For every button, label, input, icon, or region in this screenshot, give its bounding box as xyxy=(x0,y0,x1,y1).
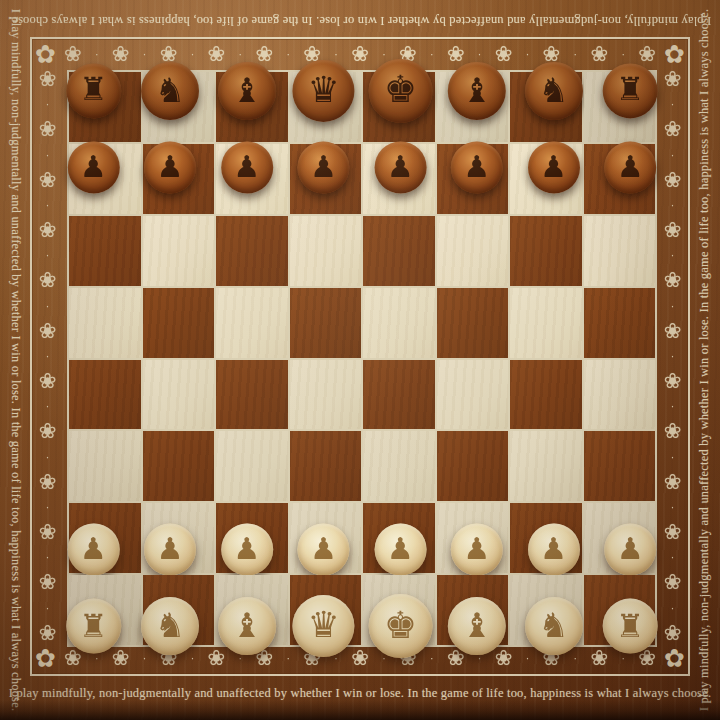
piece-black-pawn-f7[interactable]: ♟ xyxy=(451,141,503,193)
piece-black-pawn-e7[interactable]: ♟ xyxy=(374,141,426,193)
dot-separator-icon: · xyxy=(382,49,386,60)
lotus-icon: ❀ xyxy=(351,648,369,669)
dot-separator-icon: · xyxy=(574,653,578,664)
mantra-text-bottom: I play mindfully, non-judgmentally and u… xyxy=(0,682,720,704)
black-pawn-glyph: ♟ xyxy=(157,151,184,181)
square-f7[interactable]: ♟ xyxy=(437,144,509,214)
piece-black-rook-h8[interactable]: ♜ xyxy=(603,63,658,118)
dot-separator-icon: · xyxy=(671,99,675,110)
black-knight-glyph: ♞ xyxy=(539,73,569,107)
black-rook-glyph: ♜ xyxy=(616,74,645,106)
lotus-icon: ❀ xyxy=(664,321,682,342)
lotus-icon: ❀ xyxy=(590,44,608,65)
piece-white-pawn-a2[interactable]: ♟ xyxy=(68,524,120,576)
dot-separator-icon: · xyxy=(46,301,50,312)
lotus-icon: ❀ xyxy=(590,648,608,669)
dot-separator-icon: · xyxy=(95,49,99,60)
black-queen-glyph: ♛ xyxy=(308,72,340,108)
dot-separator-icon: · xyxy=(143,653,147,664)
black-pawn-glyph: ♟ xyxy=(387,151,414,181)
square-g2[interactable]: ♟ xyxy=(510,503,582,573)
piece-white-pawn-e2[interactable]: ♟ xyxy=(374,524,426,576)
dot-separator-icon: · xyxy=(143,49,147,60)
square-b6[interactable] xyxy=(143,216,215,286)
lotus-icon: ❀ xyxy=(664,170,682,191)
piece-black-pawn-d7[interactable]: ♟ xyxy=(298,141,350,193)
square-b2[interactable]: ♟ xyxy=(143,503,215,573)
lotus-icon: ❀ xyxy=(39,472,57,493)
square-h6[interactable] xyxy=(584,216,656,286)
dot-separator-icon: · xyxy=(191,653,195,664)
square-b5[interactable] xyxy=(143,288,215,358)
piece-white-knight-b1[interactable]: ♞ xyxy=(141,597,199,655)
black-pawn-glyph: ♟ xyxy=(80,151,107,181)
black-pawn-glyph: ♟ xyxy=(310,151,337,181)
square-b4[interactable] xyxy=(143,360,215,430)
square-d6[interactable] xyxy=(290,216,362,286)
square-g6[interactable] xyxy=(510,216,582,286)
dot-separator-icon: · xyxy=(46,351,50,362)
lotus-icon: ❀ xyxy=(495,44,513,65)
lotus-icon: ❀ xyxy=(208,648,226,669)
dot-separator-icon: · xyxy=(671,603,675,614)
lotus-band-right: ❀·❀·❀·❀·❀·❀·❀·❀·❀·❀·❀·❀ xyxy=(658,69,687,644)
black-bishop-glyph: ♝ xyxy=(232,73,262,107)
square-e8[interactable]: ♚ xyxy=(363,72,435,142)
piece-white-pawn-b2[interactable]: ♟ xyxy=(144,524,196,576)
square-h4[interactable] xyxy=(584,360,656,430)
square-h8[interactable]: ♜ xyxy=(584,72,656,142)
square-d7[interactable]: ♟ xyxy=(290,144,362,214)
black-pawn-glyph: ♟ xyxy=(233,151,260,181)
black-bishop-glyph: ♝ xyxy=(462,73,492,107)
dot-separator-icon: · xyxy=(671,301,675,312)
white-pawn-glyph: ♟ xyxy=(80,534,107,564)
square-f8[interactable]: ♝ xyxy=(437,72,509,142)
square-b8[interactable]: ♞ xyxy=(143,72,215,142)
white-queen-glyph: ♛ xyxy=(308,607,340,643)
piece-white-pawn-h2[interactable]: ♟ xyxy=(604,524,656,576)
white-bishop-glyph: ♝ xyxy=(462,608,492,642)
white-rook-glyph: ♜ xyxy=(79,609,108,641)
dot-separator-icon: · xyxy=(191,49,195,60)
dot-separator-icon: · xyxy=(671,351,675,362)
lotus-icon: ❀ xyxy=(64,648,82,669)
black-pawn-glyph: ♟ xyxy=(464,151,491,181)
square-d2[interactable]: ♟ xyxy=(290,503,362,573)
square-a6[interactable] xyxy=(69,216,141,286)
square-h2[interactable]: ♟ xyxy=(584,503,656,573)
square-g4[interactable] xyxy=(510,360,582,430)
lotus-icon: ❀ xyxy=(447,44,465,65)
square-e2[interactable]: ♟ xyxy=(363,503,435,573)
square-a8[interactable]: ♜ xyxy=(69,72,141,142)
square-e7[interactable]: ♟ xyxy=(363,144,435,214)
white-pawn-glyph: ♟ xyxy=(540,534,567,564)
lotus-icon: ❀ xyxy=(39,220,57,241)
square-h5[interactable] xyxy=(584,288,656,358)
lotus-icon: ❀ xyxy=(112,648,130,669)
square-d1[interactable]: ♛ xyxy=(290,575,362,645)
square-d5[interactable] xyxy=(290,288,362,358)
square-h1[interactable]: ♜ xyxy=(584,575,656,645)
square-b7[interactable]: ♟ xyxy=(143,144,215,214)
white-pawn-glyph: ♟ xyxy=(464,534,491,564)
piece-white-bishop-f1[interactable]: ♝ xyxy=(448,597,506,655)
piece-black-bishop-f8[interactable]: ♝ xyxy=(448,62,506,120)
white-bishop-glyph: ♝ xyxy=(232,608,262,642)
dot-separator-icon: · xyxy=(671,452,675,463)
lotus-icon: ❀ xyxy=(39,119,57,140)
lotus-icon: ❀ xyxy=(664,119,682,140)
square-b1[interactable]: ♞ xyxy=(143,575,215,645)
piece-white-pawn-g2[interactable]: ♟ xyxy=(528,524,580,576)
dot-separator-icon: · xyxy=(671,552,675,563)
piece-white-pawn-c2[interactable]: ♟ xyxy=(221,524,273,576)
dot-separator-icon: · xyxy=(46,200,50,211)
lotus-band-left: ❀·❀·❀·❀·❀·❀·❀·❀·❀·❀·❀·❀ xyxy=(33,69,62,644)
piece-white-pawn-f2[interactable]: ♟ xyxy=(451,524,503,576)
lotus-corner-icon: ✿ xyxy=(664,42,685,67)
lotus-corner-icon: ✿ xyxy=(35,646,56,671)
white-knight-glyph: ♞ xyxy=(539,608,569,642)
piece-white-pawn-d2[interactable]: ♟ xyxy=(298,524,350,576)
white-pawn-glyph: ♟ xyxy=(310,534,337,564)
square-g7[interactable]: ♟ xyxy=(510,144,582,214)
mantra-text-right: I play mindfully, non-judgmentally and u… xyxy=(693,0,715,720)
square-a5[interactable] xyxy=(69,288,141,358)
lotus-icon: ❀ xyxy=(208,44,226,65)
square-c8[interactable]: ♝ xyxy=(216,72,288,142)
white-pawn-glyph: ♟ xyxy=(387,534,414,564)
square-e3[interactable] xyxy=(363,431,435,501)
lotus-icon: ❀ xyxy=(664,421,682,442)
lotus-icon: ❀ xyxy=(664,270,682,291)
square-e1[interactable]: ♚ xyxy=(363,575,435,645)
lotus-icon: ❀ xyxy=(664,522,682,543)
piece-black-pawn-c7[interactable]: ♟ xyxy=(221,141,273,193)
piece-white-king-e1[interactable]: ♚ xyxy=(368,594,432,658)
square-h7[interactable]: ♟ xyxy=(584,144,656,214)
piece-black-pawn-h7[interactable]: ♟ xyxy=(604,141,656,193)
lotus-corner-icon: ✿ xyxy=(664,646,685,671)
lotus-icon: ❀ xyxy=(664,572,682,593)
dot-separator-icon: · xyxy=(621,49,625,60)
square-f4[interactable] xyxy=(437,360,509,430)
square-d8[interactable]: ♛ xyxy=(290,72,362,142)
square-c5[interactable] xyxy=(216,288,288,358)
lotus-icon: ❀ xyxy=(112,44,130,65)
dot-separator-icon: · xyxy=(671,250,675,261)
square-a3[interactable] xyxy=(69,431,141,501)
dot-separator-icon: · xyxy=(95,653,99,664)
square-a2[interactable]: ♟ xyxy=(69,503,141,573)
lotus-icon: ❀ xyxy=(39,69,57,90)
black-knight-glyph: ♞ xyxy=(155,73,185,107)
black-pawn-glyph: ♟ xyxy=(617,151,644,181)
dot-separator-icon: · xyxy=(46,401,50,412)
dot-separator-icon: · xyxy=(239,49,243,60)
square-e4[interactable] xyxy=(363,360,435,430)
dot-separator-icon: · xyxy=(671,150,675,161)
black-pawn-glyph: ♟ xyxy=(540,151,567,181)
dot-separator-icon: · xyxy=(46,603,50,614)
dot-separator-icon: · xyxy=(46,150,50,161)
lotus-icon: ❀ xyxy=(638,44,656,65)
square-c4[interactable] xyxy=(216,360,288,430)
mantra-text-left: I play mindfully, non-judgmentally and u… xyxy=(5,0,27,720)
dot-separator-icon: · xyxy=(671,502,675,513)
lotus-icon: ❀ xyxy=(39,321,57,342)
square-a7[interactable]: ♟ xyxy=(69,144,141,214)
lotus-icon: ❀ xyxy=(255,44,273,65)
piece-white-rook-h1[interactable]: ♜ xyxy=(603,599,658,654)
square-c2[interactable]: ♟ xyxy=(216,503,288,573)
piece-white-bishop-c1[interactable]: ♝ xyxy=(218,597,276,655)
square-g3[interactable] xyxy=(510,431,582,501)
lotus-icon: ❀ xyxy=(39,421,57,442)
lotus-icon: ❀ xyxy=(39,572,57,593)
white-king-glyph: ♚ xyxy=(384,607,417,644)
dot-separator-icon: · xyxy=(526,49,530,60)
dot-separator-icon: · xyxy=(286,653,290,664)
square-g1[interactable]: ♞ xyxy=(510,575,582,645)
white-pawn-glyph: ♟ xyxy=(157,534,184,564)
square-g5[interactable] xyxy=(510,288,582,358)
dot-separator-icon: · xyxy=(46,552,50,563)
square-c6[interactable] xyxy=(216,216,288,286)
piece-black-rook-a8[interactable]: ♜ xyxy=(66,63,121,118)
lotus-icon: ❀ xyxy=(664,623,682,644)
border-frame: ❀·❀·❀·❀·❀·❀·❀·❀·❀·❀·❀·❀·❀ ❀·❀·❀·❀·❀·❀·❀·… xyxy=(30,37,690,676)
piece-black-knight-b8[interactable]: ♞ xyxy=(141,62,199,120)
piece-black-king-e8[interactable]: ♚ xyxy=(368,59,432,123)
black-king-glyph: ♚ xyxy=(384,71,417,108)
lotus-icon: ❀ xyxy=(495,648,513,669)
square-e5[interactable] xyxy=(363,288,435,358)
square-f3[interactable] xyxy=(437,431,509,501)
lotus-icon: ❀ xyxy=(664,371,682,392)
piece-white-knight-g1[interactable]: ♞ xyxy=(525,597,583,655)
chess-board: ♜♞♝♛♚♝♞♜♟♟♟♟♟♟♟♟♟♟♟♟♟♟♟♟♜♞♝♛♚♝♞♜ xyxy=(67,70,657,647)
piece-black-queen-d8[interactable]: ♛ xyxy=(293,60,355,122)
white-knight-glyph: ♞ xyxy=(155,608,185,642)
dot-separator-icon: · xyxy=(46,250,50,261)
square-c3[interactable] xyxy=(216,431,288,501)
square-e6[interactable] xyxy=(363,216,435,286)
dot-separator-icon: · xyxy=(46,502,50,513)
piece-white-queen-d1[interactable]: ♛ xyxy=(293,595,355,657)
chess-board-photo: I play mindfully, non-judgmentally and u… xyxy=(0,0,720,720)
mantra-text-top: I play mindfully, non-judgmentally and u… xyxy=(0,10,720,32)
white-rook-glyph: ♜ xyxy=(616,609,645,641)
piece-black-bishop-c8[interactable]: ♝ xyxy=(218,62,276,120)
square-f6[interactable] xyxy=(437,216,509,286)
square-g8[interactable]: ♞ xyxy=(510,72,582,142)
black-rook-glyph: ♜ xyxy=(79,74,108,106)
piece-black-pawn-b7[interactable]: ♟ xyxy=(144,141,196,193)
square-f1[interactable]: ♝ xyxy=(437,575,509,645)
piece-black-knight-g8[interactable]: ♞ xyxy=(525,62,583,120)
lotus-icon: ❀ xyxy=(664,69,682,90)
piece-black-pawn-a7[interactable]: ♟ xyxy=(68,141,120,193)
dot-separator-icon: · xyxy=(46,452,50,463)
square-f5[interactable] xyxy=(437,288,509,358)
lotus-icon: ❀ xyxy=(664,472,682,493)
lotus-icon: ❀ xyxy=(39,623,57,644)
dot-separator-icon: · xyxy=(574,49,578,60)
square-d4[interactable] xyxy=(290,360,362,430)
dot-separator-icon: · xyxy=(430,653,434,664)
dot-separator-icon: · xyxy=(46,99,50,110)
dot-separator-icon: · xyxy=(671,200,675,211)
dot-separator-icon: · xyxy=(671,401,675,412)
square-c1[interactable]: ♝ xyxy=(216,575,288,645)
square-f2[interactable]: ♟ xyxy=(437,503,509,573)
square-a1[interactable]: ♜ xyxy=(69,575,141,645)
piece-black-pawn-g7[interactable]: ♟ xyxy=(528,141,580,193)
dot-separator-icon: · xyxy=(286,49,290,60)
lotus-corner-icon: ✿ xyxy=(35,42,56,67)
lotus-icon: ❀ xyxy=(664,220,682,241)
dot-separator-icon: · xyxy=(334,49,338,60)
square-c7[interactable]: ♟ xyxy=(216,144,288,214)
lotus-icon: ❀ xyxy=(351,44,369,65)
lotus-icon: ❀ xyxy=(39,270,57,291)
square-d3[interactable] xyxy=(290,431,362,501)
square-h3[interactable] xyxy=(584,431,656,501)
lotus-icon: ❀ xyxy=(39,371,57,392)
piece-white-rook-a1[interactable]: ♜ xyxy=(66,599,121,654)
dot-separator-icon: · xyxy=(478,49,482,60)
square-a4[interactable] xyxy=(69,360,141,430)
lotus-icon: ❀ xyxy=(39,170,57,191)
lotus-icon: ❀ xyxy=(39,522,57,543)
white-pawn-glyph: ♟ xyxy=(233,534,260,564)
dot-separator-icon: · xyxy=(430,49,434,60)
square-b3[interactable] xyxy=(143,431,215,501)
lotus-icon: ❀ xyxy=(64,44,82,65)
white-pawn-glyph: ♟ xyxy=(617,534,644,564)
dot-separator-icon: · xyxy=(526,653,530,664)
dot-separator-icon: · xyxy=(621,653,625,664)
